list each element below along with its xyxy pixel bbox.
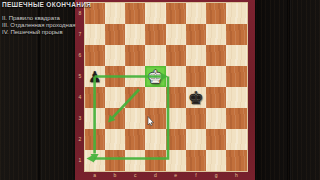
rank-label: 5 (77, 74, 83, 79)
file-label: e (166, 173, 186, 178)
file-label: c (125, 173, 145, 178)
black-king[interactable]: ♚ (186, 87, 206, 108)
file-label: a (85, 173, 105, 178)
pieces-layer: ♟♚♚ (85, 3, 247, 171)
white-king[interactable]: ♚ (145, 66, 165, 87)
file-label: h (226, 173, 246, 178)
chess-board[interactable]: 87654321abcdefgh ♟♚♚ (75, 0, 255, 180)
file-label: b (105, 173, 125, 178)
file-label: d (145, 173, 165, 178)
rank-label: 2 (77, 137, 83, 142)
lesson-item: IV. Пешечный прорыв (2, 29, 91, 36)
video-frame: ПЕШЕЧНЫЕ ОКОНЧАНИЯ II. Правило квадрата … (0, 0, 320, 180)
lesson-panel: ПЕШЕЧНЫЕ ОКОНЧАНИЯ II. Правило квадрата … (2, 1, 91, 37)
lesson-title: ПЕШЕЧНЫЕ ОКОНЧАНИЯ (2, 1, 91, 8)
rank-label: 3 (77, 116, 83, 121)
lesson-list: II. Правило квадрата III. Отдаленная про… (2, 15, 91, 37)
lesson-item: II. Правило квадрата (2, 15, 91, 22)
file-label: f (186, 173, 206, 178)
file-label: g (206, 173, 226, 178)
black-pawn[interactable]: ♟ (85, 66, 105, 87)
rank-label: 1 (77, 158, 83, 163)
rank-label: 6 (77, 53, 83, 58)
rank-label: 4 (77, 95, 83, 100)
